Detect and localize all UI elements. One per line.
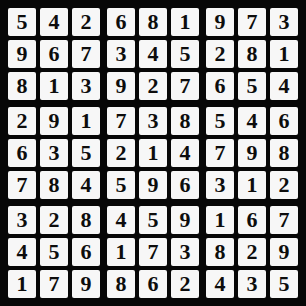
sudoku-cell: 8 — [139, 8, 167, 36]
sudoku-cell: 1 — [139, 139, 167, 167]
sudoku-cell: 8 — [72, 206, 100, 234]
sudoku-cell: 3 — [107, 40, 135, 68]
sudoku-cell: 7 — [238, 8, 266, 36]
sudoku-cell: 8 — [8, 72, 36, 100]
sudoku-cell: 9 — [206, 8, 234, 36]
sudoku-cell: 2 — [206, 40, 234, 68]
sudoku-cell: 6 — [171, 171, 199, 199]
sudoku-cell: 2 — [8, 107, 36, 135]
sudoku-cell: 6 — [107, 8, 135, 36]
sudoku-cell: 1 — [171, 8, 199, 36]
sudoku-cell: 4 — [171, 139, 199, 167]
sudoku-cell: 1 — [270, 40, 298, 68]
sudoku-cell: 5 — [238, 72, 266, 100]
sudoku-cell: 8 — [171, 107, 199, 135]
sudoku-cell: 1 — [40, 72, 68, 100]
sudoku-cell: 9 — [72, 270, 100, 298]
sudoku-cell: 8 — [40, 171, 68, 199]
sudoku-cell: 2 — [40, 206, 68, 234]
sudoku-cell: 3 — [171, 238, 199, 266]
sudoku-cell: 9 — [8, 40, 36, 68]
sudoku-cell: 4 — [139, 40, 167, 68]
sudoku-cell: 4 — [8, 238, 36, 266]
sudoku-cell: 1 — [206, 206, 234, 234]
sudoku-cell: 9 — [40, 107, 68, 135]
sudoku-cell: 8 — [270, 139, 298, 167]
sudoku-cell: 3 — [72, 72, 100, 100]
sudoku-cell: 4 — [270, 72, 298, 100]
sudoku-cell: 7 — [270, 206, 298, 234]
sudoku-cell: 4 — [72, 171, 100, 199]
sudoku-cell: 2 — [72, 8, 100, 36]
sudoku-cell: 9 — [238, 139, 266, 167]
sudoku-cell: 3 — [206, 171, 234, 199]
sudoku-cell: 8 — [238, 40, 266, 68]
sudoku-cell: 2 — [107, 139, 135, 167]
sudoku-cell: 2 — [270, 171, 298, 199]
sudoku-cell: 4 — [40, 8, 68, 36]
sudoku-cell: 7 — [139, 238, 167, 266]
sudoku-cell: 8 — [107, 270, 135, 298]
sudoku-cell: 7 — [171, 72, 199, 100]
sudoku-cell: 6 — [139, 270, 167, 298]
sudoku-cell: 2 — [171, 270, 199, 298]
sudoku-cell: 3 — [40, 139, 68, 167]
sudoku-cell: 4 — [206, 270, 234, 298]
sudoku-cell: 3 — [139, 107, 167, 135]
sudoku-cell: 7 — [107, 107, 135, 135]
sudoku-cell: 6 — [40, 40, 68, 68]
sudoku-cell: 6 — [72, 238, 100, 266]
sudoku-cell: 6 — [206, 72, 234, 100]
sudoku-cell: 9 — [107, 72, 135, 100]
sudoku-cell: 5 — [139, 206, 167, 234]
sudoku-cell: 5 — [107, 171, 135, 199]
sudoku-cell: 3 — [238, 270, 266, 298]
sudoku-cell: 1 — [238, 171, 266, 199]
sudoku-cell: 7 — [40, 270, 68, 298]
sudoku-cell: 5 — [270, 270, 298, 298]
sudoku-cell: 4 — [238, 107, 266, 135]
sudoku-cell: 4 — [107, 206, 135, 234]
sudoku-cell: 9 — [139, 171, 167, 199]
sudoku-cell: 7 — [206, 139, 234, 167]
sudoku-cell: 3 — [270, 8, 298, 36]
sudoku-board: 5426819739673452818139276542917385466352… — [0, 0, 306, 306]
sudoku-cell: 5 — [171, 40, 199, 68]
sudoku-cell: 2 — [139, 72, 167, 100]
sudoku-cell: 9 — [270, 238, 298, 266]
sudoku-cell: 1 — [107, 238, 135, 266]
sudoku-cell: 6 — [238, 206, 266, 234]
sudoku-cell: 2 — [238, 238, 266, 266]
sudoku-cell: 7 — [72, 40, 100, 68]
sudoku-cell: 8 — [206, 238, 234, 266]
sudoku-cell: 5 — [40, 238, 68, 266]
sudoku-cell: 1 — [8, 270, 36, 298]
sudoku-cell: 6 — [270, 107, 298, 135]
sudoku-cell: 5 — [72, 139, 100, 167]
sudoku-cell: 9 — [171, 206, 199, 234]
sudoku-cell: 6 — [8, 139, 36, 167]
sudoku-cell: 1 — [72, 107, 100, 135]
sudoku-cell: 5 — [206, 107, 234, 135]
sudoku-cell: 3 — [8, 206, 36, 234]
sudoku-cell: 7 — [8, 171, 36, 199]
sudoku-cell: 5 — [8, 8, 36, 36]
